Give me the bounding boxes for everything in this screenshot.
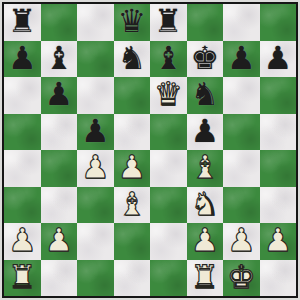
piece-black-pawn[interactable]: ♟ bbox=[190, 115, 219, 147]
square-b1[interactable] bbox=[41, 260, 78, 297]
square-f4[interactable]: ♝ bbox=[187, 150, 224, 187]
piece-black-rook[interactable]: ♜ bbox=[8, 5, 37, 37]
square-d3[interactable]: ♝ bbox=[114, 187, 151, 224]
square-b3[interactable] bbox=[41, 187, 78, 224]
square-c2[interactable] bbox=[77, 223, 114, 260]
square-f8[interactable] bbox=[187, 4, 224, 41]
square-b5[interactable] bbox=[41, 114, 78, 151]
square-d7[interactable]: ♞ bbox=[114, 41, 151, 78]
square-c3[interactable] bbox=[77, 187, 114, 224]
square-d8[interactable]: ♛ bbox=[114, 4, 151, 41]
piece-white-pawn[interactable]: ♟ bbox=[227, 224, 256, 256]
square-a1[interactable]: ♜ bbox=[4, 260, 41, 297]
piece-white-king[interactable]: ♚ bbox=[227, 261, 256, 293]
square-b8[interactable] bbox=[41, 4, 78, 41]
square-d2[interactable] bbox=[114, 223, 151, 260]
piece-white-pawn[interactable]: ♟ bbox=[117, 151, 146, 183]
square-c8[interactable] bbox=[77, 4, 114, 41]
square-b2[interactable]: ♟ bbox=[41, 223, 78, 260]
square-e8[interactable]: ♜ bbox=[150, 4, 187, 41]
square-e3[interactable] bbox=[150, 187, 187, 224]
square-f3[interactable]: ♞ bbox=[187, 187, 224, 224]
square-a8[interactable]: ♜ bbox=[4, 4, 41, 41]
square-e2[interactable] bbox=[150, 223, 187, 260]
square-f1[interactable]: ♜ bbox=[187, 260, 224, 297]
piece-black-pawn[interactable]: ♟ bbox=[81, 115, 110, 147]
piece-black-pawn[interactable]: ♟ bbox=[263, 42, 292, 74]
piece-black-bishop[interactable]: ♝ bbox=[44, 42, 73, 74]
piece-white-pawn[interactable]: ♟ bbox=[44, 224, 73, 256]
square-a7[interactable]: ♟ bbox=[4, 41, 41, 78]
piece-white-pawn[interactable]: ♟ bbox=[8, 224, 37, 256]
square-f5[interactable]: ♟ bbox=[187, 114, 224, 151]
piece-black-knight[interactable]: ♞ bbox=[117, 42, 146, 74]
piece-white-rook[interactable]: ♜ bbox=[8, 261, 37, 293]
square-d1[interactable] bbox=[114, 260, 151, 297]
square-b6[interactable]: ♟ bbox=[41, 77, 78, 114]
square-d4[interactable]: ♟ bbox=[114, 150, 151, 187]
square-g2[interactable]: ♟ bbox=[223, 223, 260, 260]
square-e6[interactable]: ♛ bbox=[150, 77, 187, 114]
square-h6[interactable] bbox=[260, 77, 297, 114]
square-g4[interactable] bbox=[223, 150, 260, 187]
square-a4[interactable] bbox=[4, 150, 41, 187]
piece-white-pawn[interactable]: ♟ bbox=[190, 224, 219, 256]
square-c1[interactable] bbox=[77, 260, 114, 297]
piece-white-knight[interactable]: ♞ bbox=[190, 188, 219, 220]
square-c6[interactable] bbox=[77, 77, 114, 114]
piece-black-knight[interactable]: ♞ bbox=[190, 78, 219, 110]
square-e7[interactable]: ♝ bbox=[150, 41, 187, 78]
square-g3[interactable] bbox=[223, 187, 260, 224]
piece-black-bishop[interactable]: ♝ bbox=[154, 42, 183, 74]
square-f7[interactable]: ♚ bbox=[187, 41, 224, 78]
square-f2[interactable]: ♟ bbox=[187, 223, 224, 260]
square-c4[interactable]: ♟ bbox=[77, 150, 114, 187]
square-h4[interactable] bbox=[260, 150, 297, 187]
square-g7[interactable]: ♟ bbox=[223, 41, 260, 78]
piece-white-bishop[interactable]: ♝ bbox=[190, 151, 219, 183]
square-a5[interactable] bbox=[4, 114, 41, 151]
piece-black-king[interactable]: ♚ bbox=[190, 42, 219, 74]
square-h7[interactable]: ♟ bbox=[260, 41, 297, 78]
square-a3[interactable] bbox=[4, 187, 41, 224]
square-h8[interactable] bbox=[260, 4, 297, 41]
square-f6[interactable]: ♞ bbox=[187, 77, 224, 114]
piece-black-queen[interactable]: ♛ bbox=[117, 5, 146, 37]
square-g5[interactable] bbox=[223, 114, 260, 151]
square-g8[interactable] bbox=[223, 4, 260, 41]
piece-black-pawn[interactable]: ♟ bbox=[44, 78, 73, 110]
square-c5[interactable]: ♟ bbox=[77, 114, 114, 151]
square-e4[interactable] bbox=[150, 150, 187, 187]
square-b7[interactable]: ♝ bbox=[41, 41, 78, 78]
square-g1[interactable]: ♚ bbox=[223, 260, 260, 297]
square-a2[interactable]: ♟ bbox=[4, 223, 41, 260]
square-e5[interactable] bbox=[150, 114, 187, 151]
square-g6[interactable] bbox=[223, 77, 260, 114]
chess-board: ♜♛♜♟♝♞♝♚♟♟♟♛♞♟♟♟♟♝♝♞♟♟♟♟♟♜♜♚ bbox=[2, 2, 298, 298]
square-b4[interactable] bbox=[41, 150, 78, 187]
square-a6[interactable] bbox=[4, 77, 41, 114]
piece-white-pawn[interactable]: ♟ bbox=[263, 224, 292, 256]
piece-black-pawn[interactable]: ♟ bbox=[8, 42, 37, 74]
piece-black-pawn[interactable]: ♟ bbox=[227, 42, 256, 74]
piece-white-rook[interactable]: ♜ bbox=[190, 261, 219, 293]
piece-black-rook[interactable]: ♜ bbox=[154, 5, 183, 37]
board-frame: ♜♛♜♟♝♞♝♚♟♟♟♛♞♟♟♟♟♝♝♞♟♟♟♟♟♜♜♚ bbox=[0, 0, 300, 300]
piece-white-bishop[interactable]: ♝ bbox=[117, 188, 146, 220]
piece-white-pawn[interactable]: ♟ bbox=[81, 151, 110, 183]
square-d6[interactable] bbox=[114, 77, 151, 114]
square-c7[interactable] bbox=[77, 41, 114, 78]
square-h1[interactable] bbox=[260, 260, 297, 297]
square-e1[interactable] bbox=[150, 260, 187, 297]
square-h3[interactable] bbox=[260, 187, 297, 224]
square-h5[interactable] bbox=[260, 114, 297, 151]
square-h2[interactable]: ♟ bbox=[260, 223, 297, 260]
square-d5[interactable] bbox=[114, 114, 151, 151]
piece-white-queen[interactable]: ♛ bbox=[154, 78, 183, 110]
